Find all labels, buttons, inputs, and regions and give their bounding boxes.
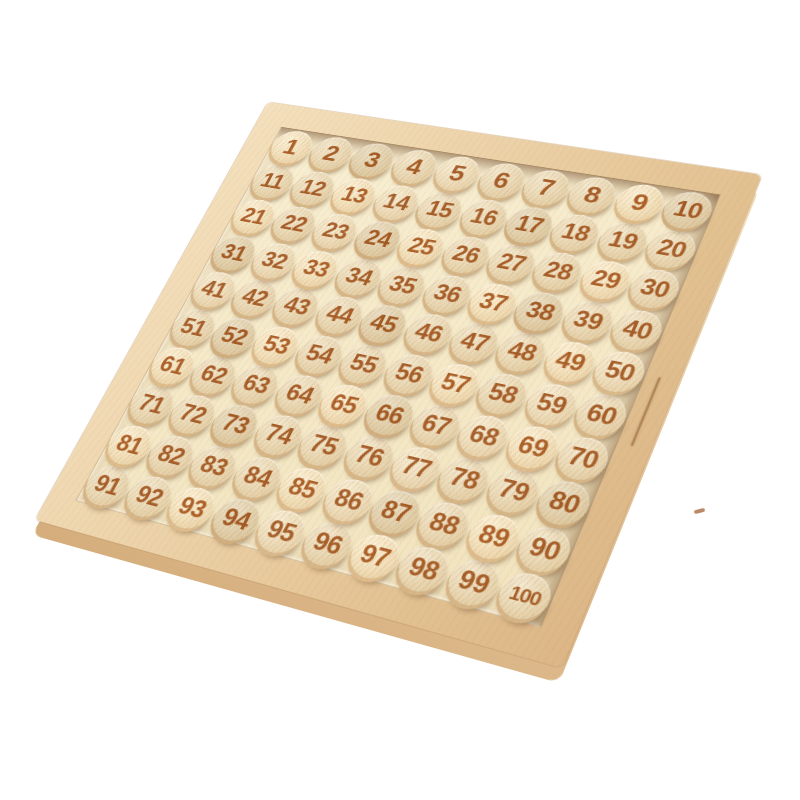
dust-speck [694, 508, 706, 515]
hundred-board: 1234567891011121314151617181920212223242… [35, 102, 762, 668]
product-photo-stage: 1234567891011121314151617181920212223242… [0, 0, 800, 800]
peg-grid: 1234567891011121314151617181920212223242… [75, 127, 721, 628]
